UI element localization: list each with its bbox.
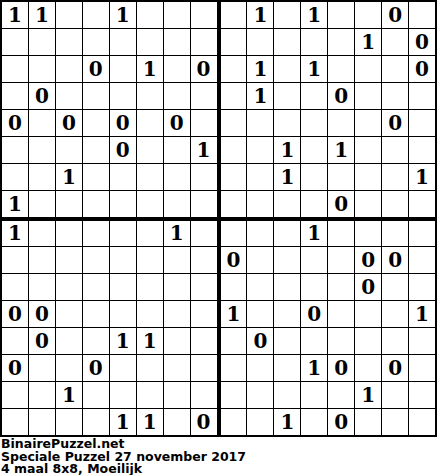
cell-top_left-r2c2[interactable] [29,29,55,55]
cell-bottom_right-r1c1[interactable] [221,221,247,247]
cell-top_right-r4c7[interactable] [382,83,408,109]
cell-top_right-r2c7[interactable] [382,29,408,55]
cell-top_left-r5c1: 0 [2,110,28,136]
cell-top_left-r6c5: 0 [110,137,136,163]
cell-top_right-r4c4[interactable] [301,83,327,109]
cell-top_right-r8c5: 0 [328,191,354,217]
cell-top_right-r7c5[interactable] [328,164,354,190]
cell-top_left-r6c7[interactable] [164,137,190,163]
cell-bottom_right-r3c2[interactable] [247,274,273,300]
cell-top_right-r1c7: 0 [382,2,408,28]
cell-bottom_right-r4c7[interactable] [382,301,408,327]
cell-top_left-r5c5: 0 [110,110,136,136]
cell-bottom_right-r1c3[interactable] [274,221,300,247]
cell-top_left-r2c1[interactable] [2,29,28,55]
cell-bottom_left-r2c3[interactable] [56,247,82,273]
cell-bottom_right-r1c5[interactable] [328,221,354,247]
cell-bottom_right-r5c1[interactable] [221,328,247,354]
cell-top_right-r5c6[interactable] [355,110,381,136]
cell-bottom_left-r8c6: 1 [137,409,163,435]
cell-top_right-r2c6: 1 [355,29,381,55]
cell-bottom_right-r3c4[interactable] [301,274,327,300]
cell-bottom_left-r6c8[interactable] [191,355,217,381]
cell-top_right-r3c6[interactable] [355,56,381,82]
cell-bottom_left-r7c3: 1 [56,382,82,408]
footer: BinairePuzzel.net Speciale Puzzel 27 nov… [0,437,437,475]
cell-bottom_right-r7c1[interactable] [221,382,247,408]
cell-bottom_left-r5c2: 0 [29,328,55,354]
cell-top_right-r4c2: 1 [247,83,273,109]
cell-bottom_left-r3c3[interactable] [56,274,82,300]
cell-top_right-r3c7[interactable] [382,56,408,82]
cell-bottom_right-r1c2[interactable] [247,221,273,247]
cell-top_left-r3c2[interactable] [29,56,55,82]
cell-bottom_right-r4c1: 1 [221,301,247,327]
cell-top_left-r1c6[interactable] [137,2,163,28]
cell-bottom_right-r2c5[interactable] [328,247,354,273]
puzzle-bottom-left: 1100011001110 [0,219,219,438]
cell-top_left-r6c6[interactable] [137,137,163,163]
cell-top_left-r5c2[interactable] [29,110,55,136]
cell-top_left-r8c2[interactable] [29,191,55,217]
puzzle-page: 1110100000001111101011010011110110001100… [0,0,437,475]
cell-bottom_right-r2c1: 0 [221,247,247,273]
cell-bottom_left-r1c7: 1 [164,221,190,247]
cell-top_left-r1c8[interactable] [191,2,217,28]
cell-top_right-r7c1[interactable] [221,164,247,190]
cell-bottom_right-r1c6[interactable] [355,221,381,247]
cell-bottom_right-r6c1[interactable] [221,355,247,381]
cell-top_left-r6c2[interactable] [29,137,55,163]
cell-top_right-r2c4[interactable] [301,29,327,55]
cell-top_left-r8c3[interactable] [56,191,82,217]
cell-bottom_left-r3c6[interactable] [137,274,163,300]
cell-top_right-r5c8[interactable] [409,110,435,136]
cell-bottom_left-r2c6[interactable] [137,247,163,273]
cell-bottom_left-r4c8[interactable] [191,301,217,327]
cell-top_left-r1c2: 1 [29,2,55,28]
cell-bottom_right-r3c7[interactable] [382,274,408,300]
cell-bottom_right-r2c7: 0 [382,247,408,273]
cell-bottom_right-r2c4[interactable] [301,247,327,273]
cell-top_left-r1c5: 1 [110,2,136,28]
cell-top_left-r5c4[interactable] [83,110,109,136]
cell-top_right-r4c6[interactable] [355,83,381,109]
cell-top_left-r4c6[interactable] [137,83,163,109]
cell-bottom_right-r4c6[interactable] [355,301,381,327]
cell-top_left-r4c7[interactable] [164,83,190,109]
cell-top_right-r7c4[interactable] [301,164,327,190]
cell-top_left-r3c3[interactable] [56,56,82,82]
cell-bottom_left-r7c2[interactable] [29,382,55,408]
cell-top_right-r5c3[interactable] [274,110,300,136]
cell-bottom_right-r7c6: 1 [355,382,381,408]
cell-bottom_left-r3c4[interactable] [83,274,109,300]
cell-bottom_left-r2c5[interactable] [110,247,136,273]
cell-top_right-r7c7[interactable] [382,164,408,190]
cell-top_right-r2c8: 0 [409,29,435,55]
cell-top_right-r1c1[interactable] [221,2,247,28]
puzzle-subtitle: 4 maal 8x8, Moeilijk [1,463,437,475]
cell-top_right-r8c6[interactable] [355,191,381,217]
cell-top_right-r2c1[interactable] [221,29,247,55]
cell-bottom_right-r3c1[interactable] [221,274,247,300]
cell-bottom_left-r1c5[interactable] [110,221,136,247]
cell-bottom_left-r4c2: 0 [29,301,55,327]
cell-top_right-r7c3: 1 [274,164,300,190]
cell-bottom_right-r8c7[interactable] [382,409,408,435]
cell-bottom_left-r5c3[interactable] [56,328,82,354]
cell-bottom_left-r3c1[interactable] [2,274,28,300]
cell-bottom_right-r8c1[interactable] [221,409,247,435]
cell-bottom_right-r4c3[interactable] [274,301,300,327]
cell-top_right-r6c1[interactable] [221,137,247,163]
cell-top_right-r3c4: 1 [301,56,327,82]
cell-top_left-r8c1: 1 [2,191,28,217]
cell-top_right-r5c7: 0 [382,110,408,136]
cell-top_right-r4c3[interactable] [274,83,300,109]
cell-top_left-r2c4[interactable] [83,29,109,55]
cell-bottom_right-r1c4: 1 [301,221,327,247]
cell-bottom_left-r1c4[interactable] [83,221,109,247]
cell-top_left-r7c3: 1 [56,164,82,190]
cell-top_right-r2c3[interactable] [274,29,300,55]
cell-bottom_right-r7c3[interactable] [274,382,300,408]
cell-bottom_right-r8c4[interactable] [301,409,327,435]
cell-top_right-r6c2[interactable] [247,137,273,163]
cell-bottom_left-r7c6[interactable] [137,382,163,408]
cell-top_right-r1c5[interactable] [328,2,354,28]
cell-top_left-r3c8: 0 [191,56,217,82]
cell-top_left-r4c1[interactable] [2,83,28,109]
cell-bottom_left-r4c5[interactable] [110,301,136,327]
cell-bottom_left-r2c2[interactable] [29,247,55,273]
cell-top_right-r5c1[interactable] [221,110,247,136]
cell-top_left-r2c6[interactable] [137,29,163,55]
cell-top_right-r1c3[interactable] [274,2,300,28]
cell-top_left-r3c5[interactable] [110,56,136,82]
cell-top_right-r8c4[interactable] [301,191,327,217]
cell-bottom_left-r4c7[interactable] [164,301,190,327]
cell-top_right-r8c1[interactable] [221,191,247,217]
cell-top_left-r2c7[interactable] [164,29,190,55]
cell-bottom_left-r3c8[interactable] [191,274,217,300]
cell-bottom_right-r6c7: 0 [382,355,408,381]
cell-bottom_left-r6c3[interactable] [56,355,82,381]
cell-bottom_right-r5c3[interactable] [274,328,300,354]
puzzle-bottom-right: 100001010100110 [219,219,437,438]
cell-top_left-r4c3[interactable] [56,83,82,109]
cell-bottom_right-r6c3[interactable] [274,355,300,381]
cell-bottom_right-r2c8[interactable] [409,247,435,273]
cell-top_right-r4c5: 0 [328,83,354,109]
cell-top_right-r5c2[interactable] [247,110,273,136]
cell-top_left-r7c5[interactable] [110,164,136,190]
cell-bottom_right-r5c4[interactable] [301,328,327,354]
cell-bottom_left-r5c5: 1 [110,328,136,354]
cell-bottom_right-r6c6[interactable] [355,355,381,381]
cell-top_left-r7c2[interactable] [29,164,55,190]
cell-top_right-r4c8[interactable] [409,83,435,109]
cell-top_right-r5c5[interactable] [328,110,354,136]
cell-top_right-r2c2[interactable] [247,29,273,55]
cell-top_left-r2c8[interactable] [191,29,217,55]
cell-bottom_right-r7c5[interactable] [328,382,354,408]
cell-bottom_right-r8c8[interactable] [409,409,435,435]
cell-top_left-r7c4[interactable] [83,164,109,190]
cell-top_right-r8c3[interactable] [274,191,300,217]
cell-top_right-r6c4[interactable] [301,137,327,163]
cell-top_right-r3c2: 1 [247,56,273,82]
cell-bottom_right-r3c3[interactable] [274,274,300,300]
cell-bottom_left-r5c7[interactable] [164,328,190,354]
cell-bottom_left-r6c2[interactable] [29,355,55,381]
cell-top_right-r1c2: 1 [247,2,273,28]
cell-bottom_right-r8c5: 0 [328,409,354,435]
cell-bottom_left-r1c8[interactable] [191,221,217,247]
cell-bottom_right-r6c8[interactable] [409,355,435,381]
cell-bottom_right-r6c2[interactable] [247,355,273,381]
cell-bottom_left-r7c4[interactable] [83,382,109,408]
cell-top_right-r1c6[interactable] [355,2,381,28]
cell-bottom_right-r4c5[interactable] [328,301,354,327]
cell-top_left-r3c7[interactable] [164,56,190,82]
cell-bottom_left-r2c8[interactable] [191,247,217,273]
cell-top_left-r7c7[interactable] [164,164,190,190]
cell-top_left-r3c1[interactable] [2,56,28,82]
cell-bottom_left-r1c1: 1 [2,221,28,247]
cell-top_right-r3c3[interactable] [274,56,300,82]
cell-bottom_left-r8c8: 0 [191,409,217,435]
cell-top_right-r6c7[interactable] [382,137,408,163]
cell-bottom_right-r7c2[interactable] [247,382,273,408]
cell-bottom_left-r1c6[interactable] [137,221,163,247]
cell-bottom_left-r7c1[interactable] [2,382,28,408]
cell-bottom_right-r1c7[interactable] [382,221,408,247]
cell-bottom_left-r6c6[interactable] [137,355,163,381]
cell-top_right-r6c5: 1 [328,137,354,163]
cell-top_left-r4c4[interactable] [83,83,109,109]
cell-top_left-r1c3[interactable] [56,2,82,28]
cell-bottom_right-r2c6: 0 [355,247,381,273]
cell-top_left-r5c8[interactable] [191,110,217,136]
cell-top_left-r3c4: 0 [83,56,109,82]
cell-bottom_left-r7c8[interactable] [191,382,217,408]
cell-top_left-r6c4[interactable] [83,137,109,163]
cell-top_left-r1c1: 1 [2,2,28,28]
cell-bottom_right-r1c8[interactable] [409,221,435,247]
cell-bottom_right-r5c7[interactable] [382,328,408,354]
cell-bottom_left-r6c1: 0 [2,355,28,381]
cell-top_right-r6c3: 1 [274,137,300,163]
cell-top_left-r8c4[interactable] [83,191,109,217]
cell-top_right-r7c6[interactable] [355,164,381,190]
cell-bottom_right-r3c6: 0 [355,274,381,300]
cell-bottom_right-r5c6[interactable] [355,328,381,354]
cell-bottom_left-r5c6: 1 [137,328,163,354]
puzzle-top-left: 111010000000111 [0,0,219,219]
cell-top_left-r5c7: 0 [164,110,190,136]
cell-bottom_left-r1c2[interactable] [29,221,55,247]
cell-bottom_left-r1c3[interactable] [56,221,82,247]
cell-bottom_right-r5c8[interactable] [409,328,435,354]
cell-bottom_right-r6c5: 0 [328,355,354,381]
cell-top_left-r4c8[interactable] [191,83,217,109]
cell-bottom_right-r7c4[interactable] [301,382,327,408]
cell-bottom_right-r2c3[interactable] [274,247,300,273]
cell-top_left-r1c4[interactable] [83,2,109,28]
cell-top_right-r4c1[interactable] [221,83,247,109]
cell-bottom_right-r6c4: 1 [301,355,327,381]
cell-top_right-r7c8: 1 [409,164,435,190]
cell-bottom_right-r3c8[interactable] [409,274,435,300]
cell-top_right-r6c6[interactable] [355,137,381,163]
cell-bottom_left-r3c7[interactable] [164,274,190,300]
cell-top_left-r7c1[interactable] [2,164,28,190]
cell-top_left-r8c6[interactable] [137,191,163,217]
cell-top_right-r1c8[interactable] [409,2,435,28]
cell-bottom_left-r3c5[interactable] [110,274,136,300]
cell-bottom_right-r3c5[interactable] [328,274,354,300]
cell-bottom_right-r7c8[interactable] [409,382,435,408]
cell-top_right-r3c8: 0 [409,56,435,82]
cell-bottom_left-r8c5: 1 [110,409,136,435]
cell-bottom_left-r5c1[interactable] [2,328,28,354]
cell-top_left-r8c7[interactable] [164,191,190,217]
cell-top_left-r3c6: 1 [137,56,163,82]
cell-bottom_left-r4c1: 0 [2,301,28,327]
cell-top_left-r5c6[interactable] [137,110,163,136]
cell-top_left-r8c8[interactable] [191,191,217,217]
cell-top_left-r6c8: 1 [191,137,217,163]
cell-bottom_right-r5c2: 0 [247,328,273,354]
cell-bottom_left-r5c8[interactable] [191,328,217,354]
cell-bottom_right-r4c8: 1 [409,301,435,327]
cell-bottom_left-r8c2[interactable] [29,409,55,435]
cell-bottom_left-r4c6[interactable] [137,301,163,327]
cell-bottom_right-r8c3: 1 [274,409,300,435]
cell-bottom_left-r3c2[interactable] [29,274,55,300]
cell-bottom_right-r5c5[interactable] [328,328,354,354]
cell-bottom_left-r8c3[interactable] [56,409,82,435]
cell-bottom_left-r2c1[interactable] [2,247,28,273]
cell-top_left-r6c3[interactable] [56,137,82,163]
cell-bottom_left-r2c4[interactable] [83,247,109,273]
cell-bottom_left-r4c4[interactable] [83,301,109,327]
cell-bottom_left-r2c7[interactable] [164,247,190,273]
cell-top_left-r2c5[interactable] [110,29,136,55]
cell-bottom_left-r8c1[interactable] [2,409,28,435]
cell-top_left-r2c3[interactable] [56,29,82,55]
cell-top_right-r3c1[interactable] [221,56,247,82]
cell-top_left-r7c6[interactable] [137,164,163,190]
cell-bottom_left-r6c7[interactable] [164,355,190,381]
cell-top_right-r1c4: 1 [301,2,327,28]
cell-bottom_right-r8c6[interactable] [355,409,381,435]
cell-bottom_left-r5c4[interactable] [83,328,109,354]
cell-top_left-r6c1[interactable] [2,137,28,163]
cell-bottom_right-r4c4: 0 [301,301,327,327]
cell-bottom_right-r2c2[interactable] [247,247,273,273]
cell-top_right-r3c5[interactable] [328,56,354,82]
cell-top_left-r4c2: 0 [29,83,55,109]
cell-bottom_right-r7c7[interactable] [382,382,408,408]
cell-bottom_left-r6c5[interactable] [110,355,136,381]
cell-top_right-r6c8[interactable] [409,137,435,163]
cell-bottom_left-r4c3[interactable] [56,301,82,327]
cell-top_right-r5c4[interactable] [301,110,327,136]
cell-bottom_left-r8c7[interactable] [164,409,190,435]
cell-top_right-r2c5[interactable] [328,29,354,55]
cell-bottom_right-r4c2[interactable] [247,301,273,327]
cell-top_right-r7c2[interactable] [247,164,273,190]
puzzle-top-right: 1101011010011110 [219,0,437,219]
cell-bottom_left-r7c7[interactable] [164,382,190,408]
cell-bottom_left-r8c4[interactable] [83,409,109,435]
binary-puzzle-board: 1110100000001111101011010011110110001100… [0,0,437,437]
cell-bottom_right-r8c2[interactable] [247,409,273,435]
cell-top_left-r5c3: 0 [56,110,82,136]
cell-top_left-r8c5[interactable] [110,191,136,217]
cell-top_right-r8c2[interactable] [247,191,273,217]
cell-top_left-r4c5[interactable] [110,83,136,109]
cell-top_right-r8c8[interactable] [409,191,435,217]
cell-bottom_left-r6c4: 0 [83,355,109,381]
cell-top_left-r7c8[interactable] [191,164,217,190]
cell-top_right-r8c7[interactable] [382,191,408,217]
cell-bottom_left-r7c5[interactable] [110,382,136,408]
cell-top_left-r1c7[interactable] [164,2,190,28]
